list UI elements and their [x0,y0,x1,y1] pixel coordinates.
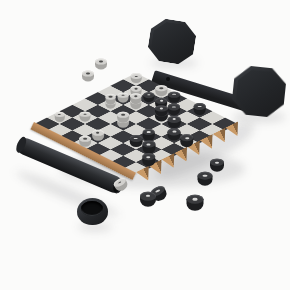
disc-top [130,135,143,142]
dark-disc [180,134,194,147]
tube-cap [77,198,108,225]
piece-symbol [83,113,86,115]
dark-disc [168,91,180,102]
piece-symbol [86,73,90,75]
disc-top [80,111,91,117]
light-disc [82,71,94,82]
dark-disc [198,172,213,186]
disc-top [131,86,142,92]
light-disc [92,130,104,141]
dark-disc [168,104,180,116]
disc-top [118,92,129,98]
piece-symbol [96,132,100,134]
dark-disc [168,128,181,140]
piece-symbol [160,88,163,90]
piece-symbol [134,96,137,98]
disc-top [168,116,181,123]
disc-top [187,195,204,204]
piece-symbol [147,131,151,133]
disc-top [142,153,156,160]
piece-symbol [58,114,61,115]
dark-disc [142,129,155,141]
light-disc [105,94,116,104]
dark-disc [155,105,167,117]
dark-disc [142,141,155,153]
piece-symbol [185,137,189,139]
dark-disc [187,195,204,211]
piece-symbol [192,198,197,200]
piece-symbol [146,195,151,197]
piece-symbol [215,161,219,163]
dark-disc [140,192,156,207]
piece-symbol [172,94,176,96]
piece-symbol [122,94,125,96]
piece-symbol [134,88,137,90]
disc-top [142,129,155,136]
product-photo [0,0,290,290]
light-disc [156,85,167,96]
piece-symbol [203,175,208,177]
disc-top [142,141,155,148]
disc-top [140,192,156,201]
piece-symbol [172,118,176,120]
piece-symbol [99,61,103,63]
light-disc [117,112,129,123]
piece-symbol [172,106,176,108]
dark-disc [210,159,224,172]
piece-symbol [83,138,87,140]
piece-symbol [147,156,151,158]
piece-symbol [147,144,151,146]
disc-top [198,172,213,180]
dark-disc [142,153,156,166]
light-disc [79,136,91,147]
dark-disc [193,103,206,115]
light-disc [95,59,107,70]
disc-top [105,94,116,100]
piece-symbol [172,131,176,133]
disc-top [54,112,65,118]
light-disc [130,93,141,104]
piece-symbol [134,138,138,140]
dark-disc [130,135,143,147]
piece-symbol [122,114,126,116]
disc-top [180,134,194,141]
piece-symbol [109,96,112,98]
disc-top [131,73,142,79]
piece-symbol [118,181,122,184]
piece-symbol [147,94,150,96]
piece-symbol [160,107,164,109]
light-disc [54,112,65,122]
piece-symbol [160,100,164,102]
dark-disc [168,116,181,128]
light-disc [80,111,91,121]
disc-top [168,128,181,135]
light-disc [131,73,142,83]
piece-symbol [134,76,137,77]
dark-disc [143,92,154,103]
strap-screw [166,77,170,81]
disc-top [193,103,206,110]
light-disc [118,92,129,102]
piece-symbol [198,106,202,108]
